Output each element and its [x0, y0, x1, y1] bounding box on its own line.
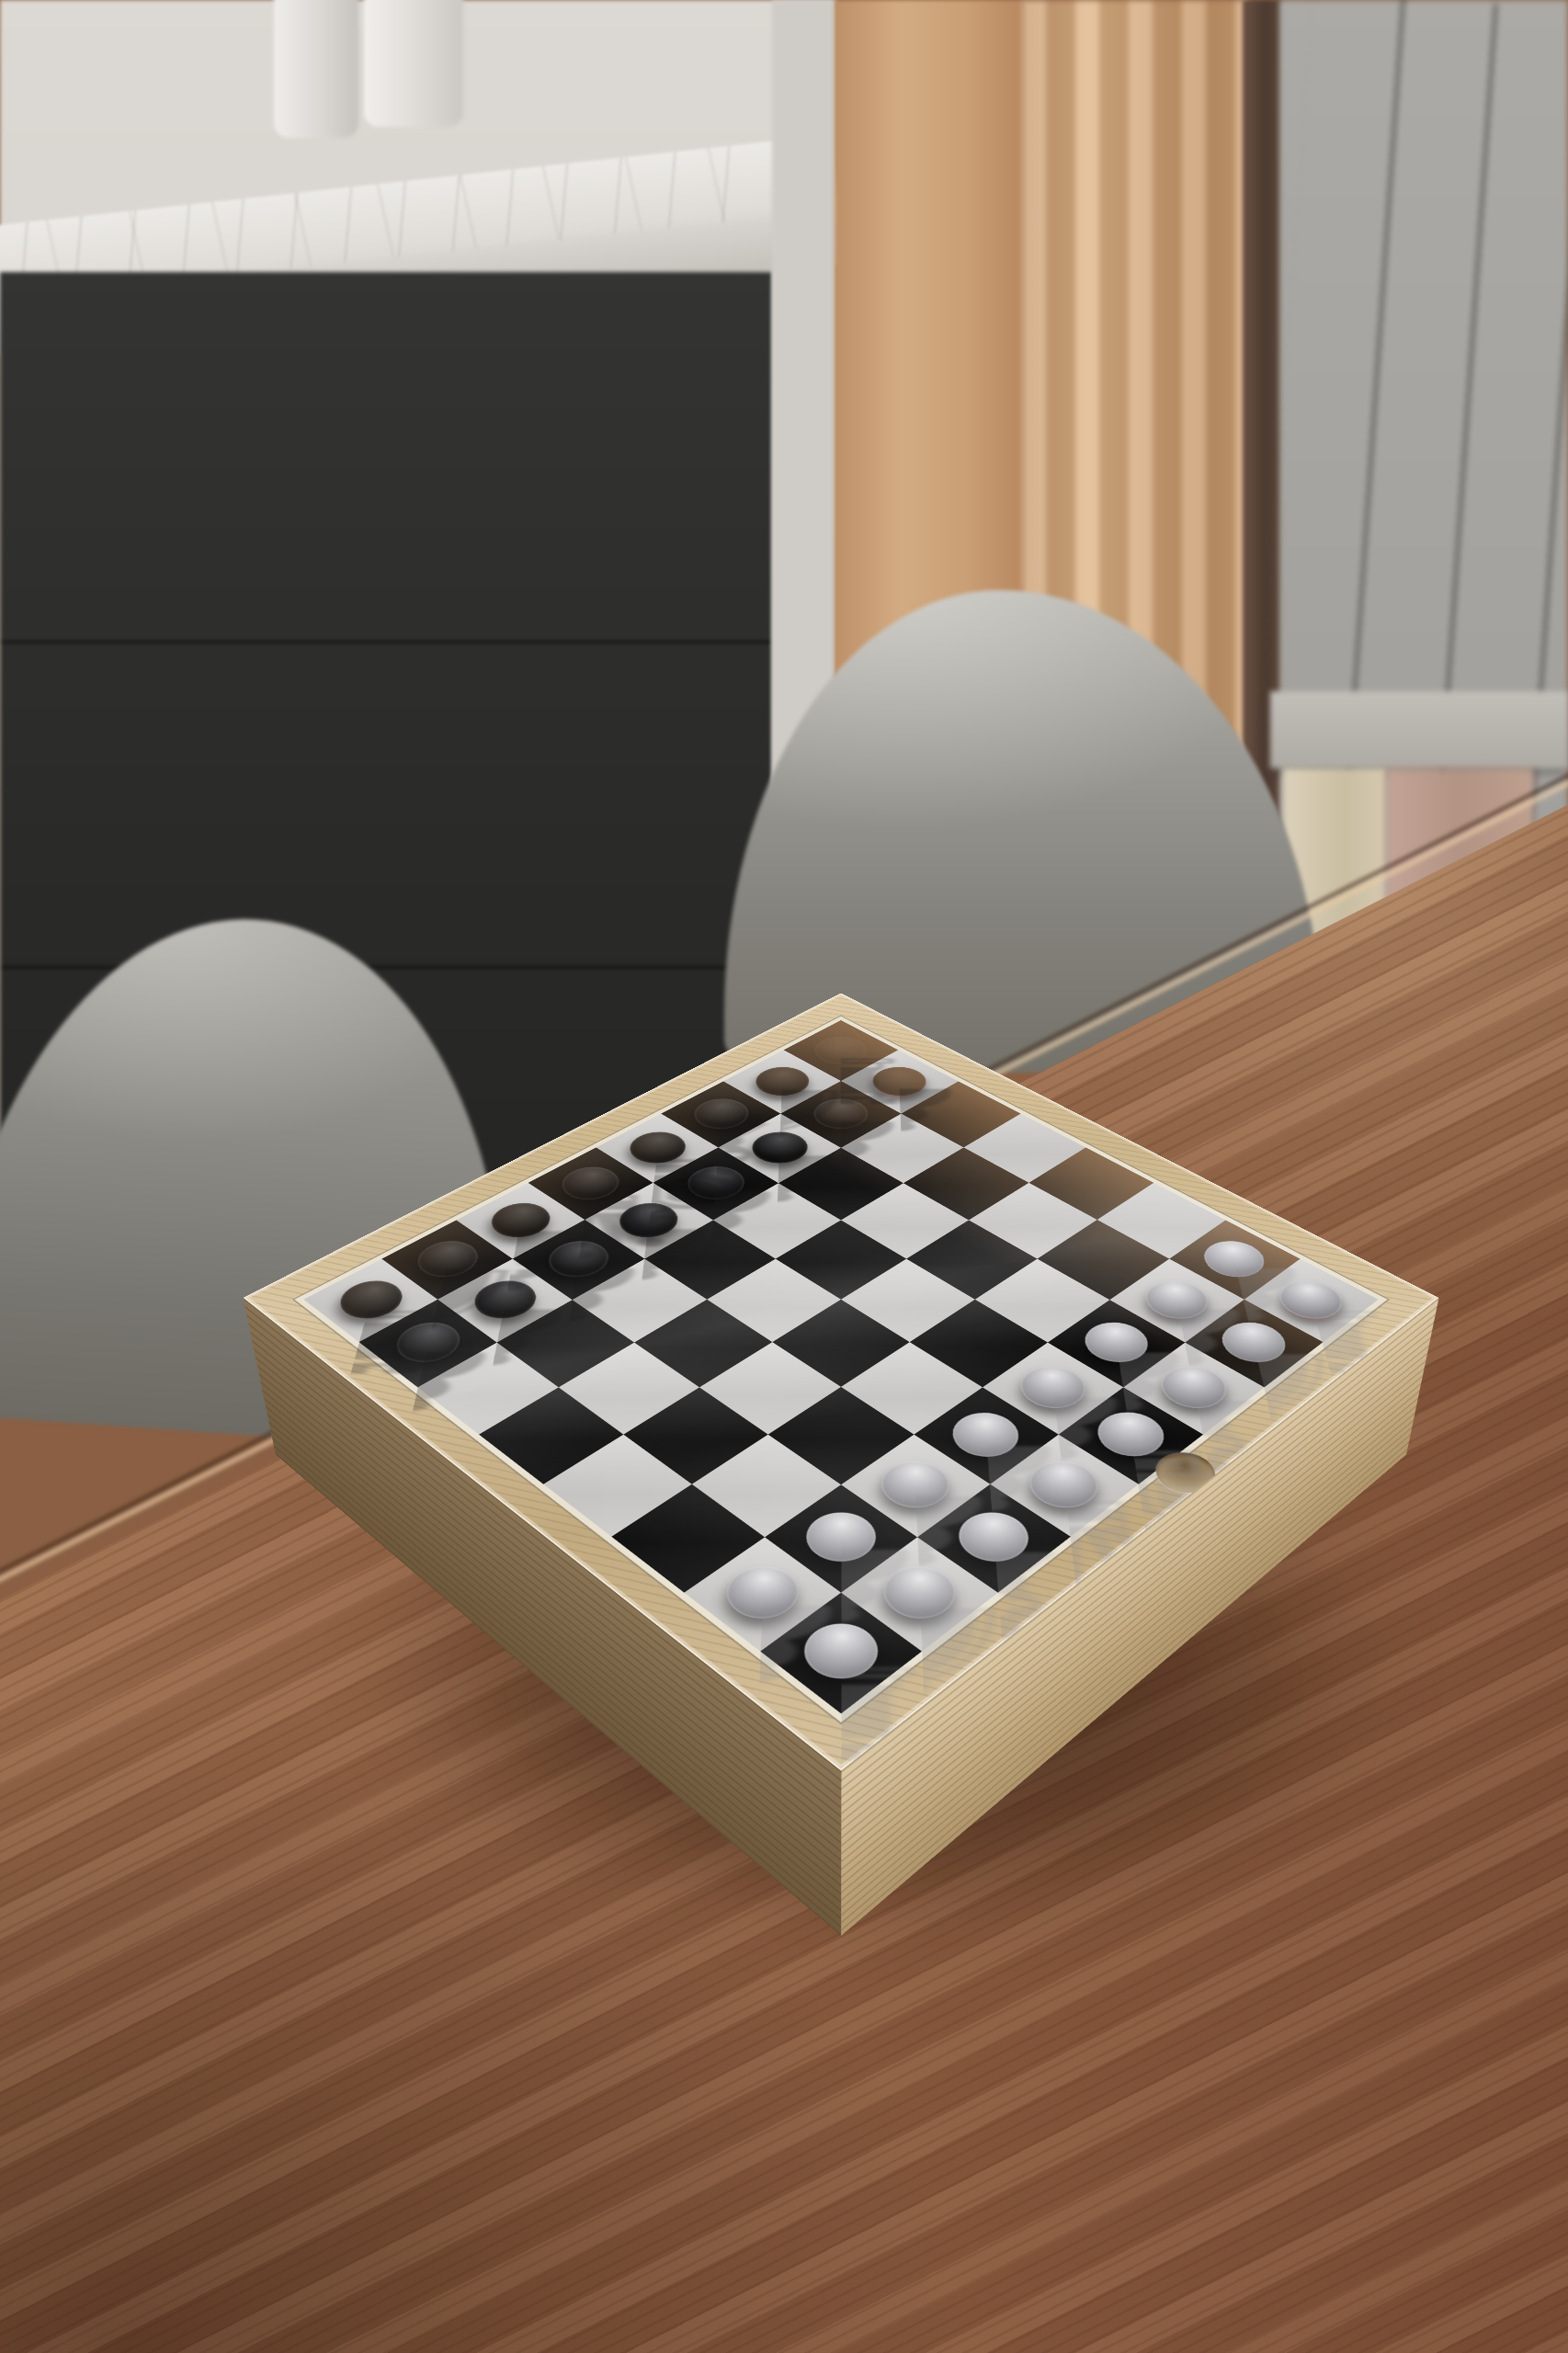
chess-board: ♜♜♟♟♟♟♜♜♞♞♟♟♟♟♞♞♝♝♟♟♟♟♝♝♚♚♟♟♟♟♚♚♛♛♟♟♟♟♛♛…	[294, 1017, 1387, 1722]
square-a1: ♜♜	[760, 1592, 922, 1713]
chess-scene-3d: ♜♜♟♟♟♟♜♜♞♞♟♟♟♟♞♞♝♝♟♟♟♟♝♝♚♚♟♟♟♟♚♚♛♛♟♟♟♟♛♛…	[0, 0, 1568, 2353]
box-top-rim: ♜♜♟♟♟♟♜♜♞♞♟♟♟♟♞♞♝♝♟♟♟♟♝♝♚♚♟♟♟♟♚♚♛♛♟♟♟♟♛♛…	[243, 993, 1438, 1771]
chess-box-body: ♜♜♟♟♟♟♜♜♞♞♟♟♟♟♞♞♝♝♟♟♟♟♝♝♚♚♟♟♟♟♚♚♛♛♟♟♟♟♛♛…	[243, 993, 1438, 1771]
piece-glyph: ♜	[722, 1394, 959, 1658]
piece-glyph: ♟	[338, 1148, 517, 1347]
